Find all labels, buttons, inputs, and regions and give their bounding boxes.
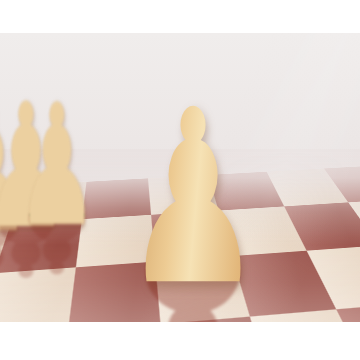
chess-photo: ♟♟♟♟♟♟♟♟ [0, 33, 360, 322]
background-pawn-1: ♟ [0, 82, 36, 257]
background-pawn-2: ♟ [0, 81, 73, 253]
background-pawn-3-felt-pad [30, 211, 84, 219]
pieces-layer: ♟♟♟♟♟♟♟♟ [0, 33, 360, 322]
product-photo-frame: ♟♟♟♟♟♟♟♟ [0, 0, 360, 360]
background-pawn-3: ♟ [11, 82, 103, 250]
featured-pawn: ♟ [114, 78, 272, 318]
featured-pawn-reflection: ♟ [114, 241, 272, 322]
featured-pawn-felt-pad [148, 263, 238, 276]
